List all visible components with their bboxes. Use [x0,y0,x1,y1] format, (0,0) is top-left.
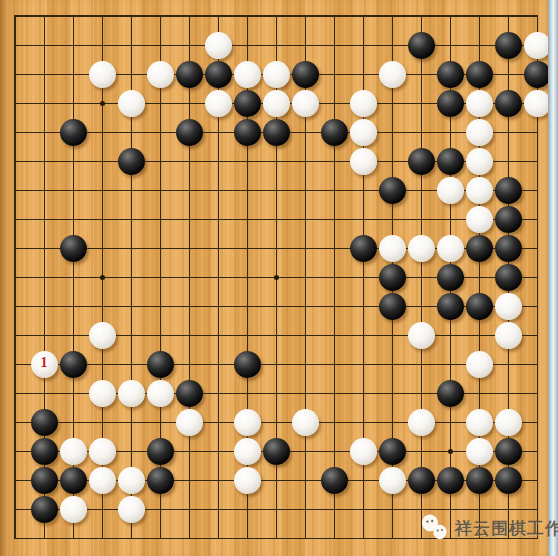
stone-black [437,380,464,407]
stone-white [437,177,464,204]
go-board: 1 [0,0,548,556]
stone-black [176,61,203,88]
stone-black [379,177,406,204]
stone-black [60,235,87,262]
stone-white [89,380,116,407]
grid-line [15,364,537,365]
stone-white [350,119,377,146]
stone-white [89,61,116,88]
stone-white [350,90,377,117]
stone-white [118,90,145,117]
mascot-icon [420,513,450,543]
stone-black [437,90,464,117]
stone-black [495,438,522,465]
watermark: 祥云围棋工作室 [420,511,558,545]
grid-line [334,16,335,538]
stone-black [350,235,377,262]
stone-white [495,322,522,349]
star-point [100,275,105,280]
stone-black [60,467,87,494]
stone-white [524,32,551,59]
stone-white [466,409,493,436]
stone-white [495,293,522,320]
stone-black [147,467,174,494]
stone-white [234,409,261,436]
stone-black [495,32,522,59]
stone-black [263,119,290,146]
stone-black [205,61,232,88]
stone-white [205,90,232,117]
stone-white [118,380,145,407]
stone-white [524,90,551,117]
stone-black [495,90,522,117]
stone-black [321,119,348,146]
stone-white [60,438,87,465]
stone-black [31,467,58,494]
stone-white [408,322,435,349]
stone-black [321,467,348,494]
stone-black [524,61,551,88]
stone-white [205,32,232,59]
stone-white [466,119,493,146]
stone-white [234,61,261,88]
stone-white [350,438,377,465]
stone-white [89,322,116,349]
stone-white [466,90,493,117]
stone-black [31,438,58,465]
stone-white [176,409,203,436]
stone-black [437,61,464,88]
stone-black [176,380,203,407]
stone-black [60,351,87,378]
stone-white [437,235,464,262]
stone-black [234,90,261,117]
stone-white [466,206,493,233]
stone-white [60,496,87,523]
watermark-text: 祥云围棋工作室 [455,517,558,540]
stone-white [466,438,493,465]
star-point [448,449,453,454]
stone-white [379,467,406,494]
stone-white [408,409,435,436]
stone-black [176,119,203,146]
stone-black [495,206,522,233]
stone-black [379,438,406,465]
stone-black [495,467,522,494]
stone-black [118,148,145,175]
stone-black [408,32,435,59]
stone-white [466,351,493,378]
right-edge-strip [548,0,558,556]
stone-black [437,148,464,175]
stone-white [89,467,116,494]
star-point [274,275,279,280]
stone-black [437,264,464,291]
stone-black [437,467,464,494]
stone-black [495,177,522,204]
stone-black [263,438,290,465]
stone-black [31,409,58,436]
stone-white [292,90,319,117]
stone-black [466,293,493,320]
stone-black [147,351,174,378]
stone-black [466,467,493,494]
stone-white [495,409,522,436]
stone-black [408,467,435,494]
stone-black [466,235,493,262]
stone-white [118,467,145,494]
stone-white [292,409,319,436]
go-diagram: 1 祥云围棋工作室 [0,0,558,556]
stone-black [234,119,261,146]
stone-black [379,264,406,291]
stone-white [234,467,261,494]
grid-line [15,509,537,510]
stone-black [408,148,435,175]
grid-line [421,16,422,538]
stone-white [263,61,290,88]
stone-black [437,293,464,320]
stone-white [379,235,406,262]
move-number-label: 1 [41,356,48,370]
stone-white [147,380,174,407]
stone-black [495,264,522,291]
stone-black [292,61,319,88]
grid-line [15,422,537,423]
stone-white [466,148,493,175]
stone-black [234,351,261,378]
stone-white [147,61,174,88]
stone-black [495,235,522,262]
stone-black [379,293,406,320]
stone-black [466,61,493,88]
stone-white [466,177,493,204]
stone-black [60,119,87,146]
stone-white: 1 [31,351,58,378]
stone-white [118,496,145,523]
stone-white [263,90,290,117]
stone-black [31,496,58,523]
stone-white [350,148,377,175]
stone-white [89,438,116,465]
stone-white [408,235,435,262]
stone-white [234,438,261,465]
stone-black [147,438,174,465]
star-point [100,101,105,106]
stone-white [379,61,406,88]
